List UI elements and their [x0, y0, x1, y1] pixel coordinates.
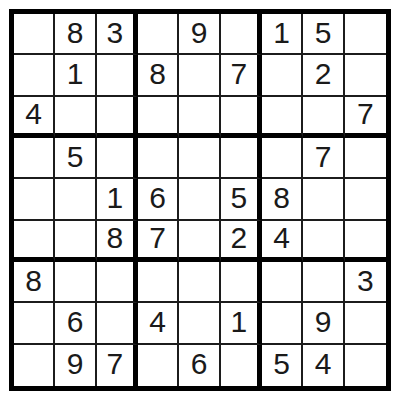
cell-r1c7[interactable]: 1	[262, 14, 303, 55]
cell-r9c9[interactable]	[345, 345, 386, 386]
given-digit: 2	[315, 59, 332, 89]
given-digit: 1	[230, 307, 247, 337]
cell-r3c8[interactable]	[303, 97, 344, 138]
cell-r8c8[interactable]: 9	[303, 303, 344, 344]
cell-r3c7[interactable]	[262, 97, 303, 138]
cell-r9c7[interactable]: 5	[262, 345, 303, 386]
cell-r2c3[interactable]	[97, 55, 138, 96]
given-digit: 8	[106, 223, 123, 253]
given-digit: 5	[67, 142, 84, 172]
cell-r3c1[interactable]: 4	[14, 97, 55, 138]
cell-r3c5[interactable]	[179, 97, 220, 138]
given-digit: 4	[25, 99, 42, 129]
cell-r6c2[interactable]	[55, 221, 96, 262]
cell-r8c1[interactable]	[14, 303, 55, 344]
given-digit: 5	[273, 349, 290, 379]
cell-r9c6[interactable]	[221, 345, 262, 386]
cell-r4c1[interactable]	[14, 138, 55, 179]
cell-r7c7[interactable]	[262, 262, 303, 303]
cell-r9c3[interactable]: 7	[97, 345, 138, 386]
cell-r6c9[interactable]	[345, 221, 386, 262]
cell-r4c3[interactable]	[97, 138, 138, 179]
cell-r7c9[interactable]: 3	[345, 262, 386, 303]
given-digit: 6	[149, 183, 166, 213]
cell-r5c5[interactable]	[179, 179, 220, 220]
cell-r1c3[interactable]: 3	[97, 14, 138, 55]
cell-r5c8[interactable]	[303, 179, 344, 220]
sudoku-board: 83915187247571658872483641997654	[9, 9, 391, 391]
cell-r2c5[interactable]	[179, 55, 220, 96]
cell-r9c5[interactable]: 6	[179, 345, 220, 386]
cell-r3c9[interactable]: 7	[345, 97, 386, 138]
given-digit: 8	[25, 266, 42, 296]
given-digit: 9	[315, 307, 332, 337]
cell-r8c7[interactable]	[262, 303, 303, 344]
cell-r1c6[interactable]	[221, 14, 262, 55]
cell-r2c6[interactable]: 7	[221, 55, 262, 96]
cell-r6c4[interactable]: 7	[138, 221, 179, 262]
cell-r4c4[interactable]	[138, 138, 179, 179]
cell-r1c4[interactable]	[138, 14, 179, 55]
cell-r7c4[interactable]	[138, 262, 179, 303]
cell-r6c7[interactable]: 4	[262, 221, 303, 262]
cell-r5c7[interactable]: 8	[262, 179, 303, 220]
cell-r8c5[interactable]	[179, 303, 220, 344]
cell-r2c1[interactable]	[14, 55, 55, 96]
given-digit: 4	[149, 307, 166, 337]
given-digit: 2	[230, 223, 247, 253]
given-digit: 7	[106, 349, 123, 379]
cell-r3c4[interactable]	[138, 97, 179, 138]
cell-r8c4[interactable]: 4	[138, 303, 179, 344]
cell-r2c2[interactable]: 1	[55, 55, 96, 96]
given-digit: 6	[191, 349, 208, 379]
cell-r8c9[interactable]	[345, 303, 386, 344]
given-digit: 4	[315, 349, 332, 379]
cell-r5c3[interactable]: 1	[97, 179, 138, 220]
cell-r6c8[interactable]	[303, 221, 344, 262]
cell-r1c1[interactable]	[14, 14, 55, 55]
cell-r2c8[interactable]: 2	[303, 55, 344, 96]
given-digit: 8	[67, 18, 84, 48]
cell-r3c2[interactable]	[55, 97, 96, 138]
cell-r2c9[interactable]	[345, 55, 386, 96]
cell-r8c3[interactable]	[97, 303, 138, 344]
cell-r4c9[interactable]	[345, 138, 386, 179]
cell-r7c1[interactable]: 8	[14, 262, 55, 303]
cell-r7c2[interactable]	[55, 262, 96, 303]
given-digit: 5	[315, 18, 332, 48]
cell-r1c2[interactable]: 8	[55, 14, 96, 55]
cell-r7c8[interactable]	[303, 262, 344, 303]
cell-r4c7[interactable]	[262, 138, 303, 179]
cell-r2c4[interactable]: 8	[138, 55, 179, 96]
cell-r5c9[interactable]	[345, 179, 386, 220]
sudoku-board-wrap: 83915187247571658872483641997654	[9, 9, 391, 391]
cell-r2c7[interactable]	[262, 55, 303, 96]
given-digit: 9	[191, 18, 208, 48]
given-digit: 7	[230, 59, 247, 89]
cell-r5c2[interactable]	[55, 179, 96, 220]
cell-r6c1[interactable]	[14, 221, 55, 262]
given-digit: 6	[67, 307, 84, 337]
cell-r6c5[interactable]	[179, 221, 220, 262]
given-digit: 4	[273, 223, 290, 253]
cell-r4c8[interactable]: 7	[303, 138, 344, 179]
cell-r9c1[interactable]	[14, 345, 55, 386]
cell-r3c3[interactable]	[97, 97, 138, 138]
cell-r8c6[interactable]: 1	[221, 303, 262, 344]
cell-r6c6[interactable]: 2	[221, 221, 262, 262]
cell-r7c6[interactable]	[221, 262, 262, 303]
given-digit: 9	[67, 349, 84, 379]
cell-r4c5[interactable]	[179, 138, 220, 179]
given-digit: 1	[67, 59, 84, 89]
given-digit: 8	[273, 183, 290, 213]
cell-r5c6[interactable]: 5	[221, 179, 262, 220]
cell-r3c6[interactable]	[221, 97, 262, 138]
given-digit: 8	[149, 59, 166, 89]
cell-r1c9[interactable]	[345, 14, 386, 55]
given-digit: 1	[106, 183, 123, 213]
cell-r4c2[interactable]: 5	[55, 138, 96, 179]
cell-r8c2[interactable]: 6	[55, 303, 96, 344]
cell-r9c2[interactable]: 9	[55, 345, 96, 386]
given-digit: 3	[357, 266, 374, 296]
cell-r9c4[interactable]	[138, 345, 179, 386]
given-digit: 7	[149, 223, 166, 253]
cell-r1c5[interactable]: 9	[179, 14, 220, 55]
cell-r1c8[interactable]: 5	[303, 14, 344, 55]
cell-r4c6[interactable]	[221, 138, 262, 179]
cell-r6c3[interactable]: 8	[97, 221, 138, 262]
cell-r7c5[interactable]	[179, 262, 220, 303]
given-digit: 1	[273, 18, 290, 48]
given-digit: 3	[106, 18, 123, 48]
cell-r5c1[interactable]	[14, 179, 55, 220]
cell-r5c4[interactable]: 6	[138, 179, 179, 220]
given-digit: 7	[315, 142, 332, 172]
given-digit: 5	[230, 183, 247, 213]
cell-r9c8[interactable]: 4	[303, 345, 344, 386]
cell-r7c3[interactable]	[97, 262, 138, 303]
given-digit: 7	[357, 99, 374, 129]
